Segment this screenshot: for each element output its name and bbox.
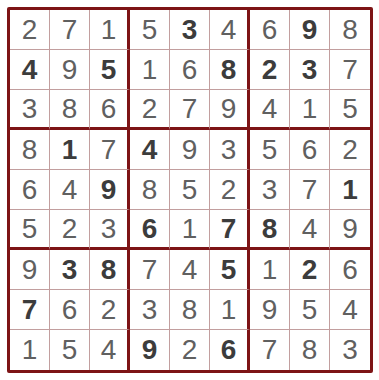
- cell-r3c6[interactable]: 9: [210, 90, 250, 130]
- cell-r4c8[interactable]: 6: [290, 130, 330, 170]
- cell-r1c8[interactable]: 9: [290, 10, 330, 50]
- cell-r7c4[interactable]: 7: [130, 250, 170, 290]
- cell-r2c3[interactable]: 5: [90, 50, 130, 90]
- cell-r1c2[interactable]: 7: [50, 10, 90, 50]
- cell-r2c7[interactable]: 2: [250, 50, 290, 90]
- cell-r5c3[interactable]: 9: [90, 170, 130, 210]
- cell-r7c8[interactable]: 2: [290, 250, 330, 290]
- cell-r3c2[interactable]: 8: [50, 90, 90, 130]
- cell-r8c3[interactable]: 2: [90, 290, 130, 330]
- cell-r3c1[interactable]: 3: [10, 90, 50, 130]
- cell-r5c2[interactable]: 4: [50, 170, 90, 210]
- cell-r1c1[interactable]: 2: [10, 10, 50, 50]
- cell-r6c8[interactable]: 4: [290, 210, 330, 250]
- cell-r8c7[interactable]: 9: [250, 290, 290, 330]
- cell-r6c6[interactable]: 7: [210, 210, 250, 250]
- cell-r6c3[interactable]: 3: [90, 210, 130, 250]
- cell-r4c2[interactable]: 1: [50, 130, 90, 170]
- cell-r7c9[interactable]: 6: [330, 250, 370, 290]
- cell-r5c9[interactable]: 1: [330, 170, 370, 210]
- cell-r4c4[interactable]: 4: [130, 130, 170, 170]
- cell-r5c7[interactable]: 3: [250, 170, 290, 210]
- cell-r6c4[interactable]: 6: [130, 210, 170, 250]
- cell-r5c5[interactable]: 5: [170, 170, 210, 210]
- cell-r2c5[interactable]: 6: [170, 50, 210, 90]
- cell-r4c5[interactable]: 9: [170, 130, 210, 170]
- cell-r9c1[interactable]: 1: [10, 330, 50, 370]
- cell-r5c8[interactable]: 7: [290, 170, 330, 210]
- cell-r8c4[interactable]: 3: [130, 290, 170, 330]
- cell-r2c1[interactable]: 4: [10, 50, 50, 90]
- cell-r9c7[interactable]: 7: [250, 330, 290, 370]
- cell-r8c1[interactable]: 7: [10, 290, 50, 330]
- sudoku-board: 2715346984951682373862794158174935626498…: [7, 7, 373, 373]
- cell-r9c3[interactable]: 4: [90, 330, 130, 370]
- cell-r6c2[interactable]: 2: [50, 210, 90, 250]
- cell-r1c5[interactable]: 3: [170, 10, 210, 50]
- cell-r8c8[interactable]: 5: [290, 290, 330, 330]
- cell-r2c8[interactable]: 3: [290, 50, 330, 90]
- cell-r7c5[interactable]: 4: [170, 250, 210, 290]
- cell-r9c8[interactable]: 8: [290, 330, 330, 370]
- cell-r2c2[interactable]: 9: [50, 50, 90, 90]
- cell-r9c9[interactable]: 3: [330, 330, 370, 370]
- cell-r9c4[interactable]: 9: [130, 330, 170, 370]
- cell-r9c2[interactable]: 5: [50, 330, 90, 370]
- cell-r5c6[interactable]: 2: [210, 170, 250, 210]
- cell-r6c9[interactable]: 9: [330, 210, 370, 250]
- cell-r9c6[interactable]: 6: [210, 330, 250, 370]
- cell-r1c6[interactable]: 4: [210, 10, 250, 50]
- cell-r2c9[interactable]: 7: [330, 50, 370, 90]
- cell-r8c2[interactable]: 6: [50, 290, 90, 330]
- cell-r3c9[interactable]: 5: [330, 90, 370, 130]
- cell-r4c3[interactable]: 7: [90, 130, 130, 170]
- cell-r9c5[interactable]: 2: [170, 330, 210, 370]
- sudoku-page: 2715346984951682373862794158174935626498…: [0, 0, 379, 380]
- cell-r4c6[interactable]: 3: [210, 130, 250, 170]
- cell-r8c6[interactable]: 1: [210, 290, 250, 330]
- cell-r2c6[interactable]: 8: [210, 50, 250, 90]
- cell-r7c3[interactable]: 8: [90, 250, 130, 290]
- cell-r2c4[interactable]: 1: [130, 50, 170, 90]
- cell-r4c9[interactable]: 2: [330, 130, 370, 170]
- cell-r3c4[interactable]: 2: [130, 90, 170, 130]
- cell-r1c9[interactable]: 8: [330, 10, 370, 50]
- cell-r8c9[interactable]: 4: [330, 290, 370, 330]
- cell-r3c5[interactable]: 7: [170, 90, 210, 130]
- cell-r1c4[interactable]: 5: [130, 10, 170, 50]
- cell-r7c2[interactable]: 3: [50, 250, 90, 290]
- cell-r4c1[interactable]: 8: [10, 130, 50, 170]
- cell-r4c7[interactable]: 5: [250, 130, 290, 170]
- cell-r7c1[interactable]: 9: [10, 250, 50, 290]
- cell-r7c6[interactable]: 5: [210, 250, 250, 290]
- cell-r8c5[interactable]: 8: [170, 290, 210, 330]
- cell-r1c7[interactable]: 6: [250, 10, 290, 50]
- cell-r6c5[interactable]: 1: [170, 210, 210, 250]
- cell-r5c4[interactable]: 8: [130, 170, 170, 210]
- cell-r5c1[interactable]: 6: [10, 170, 50, 210]
- cell-r6c1[interactable]: 5: [10, 210, 50, 250]
- cell-r3c3[interactable]: 6: [90, 90, 130, 130]
- cell-r1c3[interactable]: 1: [90, 10, 130, 50]
- cell-r6c7[interactable]: 8: [250, 210, 290, 250]
- cell-r3c8[interactable]: 1: [290, 90, 330, 130]
- cell-r7c7[interactable]: 1: [250, 250, 290, 290]
- cell-r3c7[interactable]: 4: [250, 90, 290, 130]
